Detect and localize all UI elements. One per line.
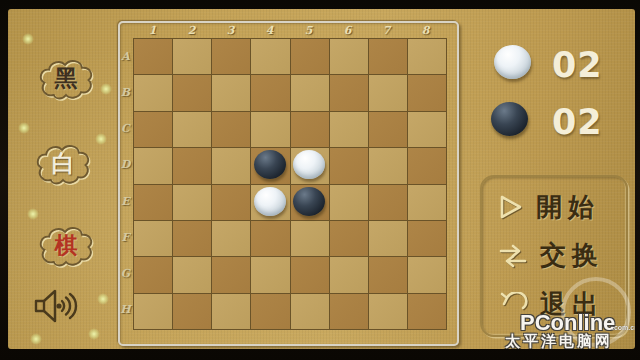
board-square-B2[interactable] bbox=[173, 75, 211, 110]
board-square-H2[interactable] bbox=[173, 294, 211, 329]
board-square-B1[interactable] bbox=[134, 75, 172, 110]
sidebar-button-black[interactable]: 黑 bbox=[36, 55, 96, 105]
sidebar-button-white[interactable]: 白 bbox=[33, 140, 93, 190]
board-grid bbox=[133, 38, 447, 330]
board-square-A4[interactable] bbox=[251, 39, 289, 74]
board-square-C3[interactable] bbox=[212, 112, 250, 147]
board-square-C5[interactable] bbox=[291, 112, 329, 147]
swap-icon bbox=[498, 243, 528, 269]
board-square-B6[interactable] bbox=[330, 75, 368, 110]
board-square-F8[interactable] bbox=[408, 221, 446, 256]
white-disc-D5 bbox=[293, 150, 325, 179]
board-square-E1[interactable] bbox=[134, 185, 172, 220]
board-square-H3[interactable] bbox=[212, 294, 250, 329]
board-square-G3[interactable] bbox=[212, 257, 250, 292]
board-square-F1[interactable] bbox=[134, 221, 172, 256]
row-label: H bbox=[119, 292, 132, 328]
column-label: 2 bbox=[172, 24, 211, 37]
board-square-C1[interactable] bbox=[134, 112, 172, 147]
board-square-E2[interactable] bbox=[173, 185, 211, 220]
menu-item-exit[interactable]: 退出 bbox=[482, 287, 626, 322]
board-square-B3[interactable] bbox=[212, 75, 250, 110]
sidebar-button-qi[interactable]: 棋 bbox=[36, 222, 96, 272]
sound-toggle[interactable] bbox=[30, 285, 80, 329]
menu-label-exit: 退出 bbox=[540, 287, 604, 322]
return-icon bbox=[498, 292, 528, 318]
white-score-value: 02 bbox=[552, 48, 603, 83]
board-square-D8[interactable] bbox=[408, 148, 446, 183]
row-label: E bbox=[119, 183, 132, 219]
board-square-A3[interactable] bbox=[212, 39, 250, 74]
board-square-D3[interactable] bbox=[212, 148, 250, 183]
board-square-C2[interactable] bbox=[173, 112, 211, 147]
board-square-F2[interactable] bbox=[173, 221, 211, 256]
black-disc-E5 bbox=[293, 187, 325, 216]
board-column-labels: 12345678 bbox=[133, 24, 445, 37]
board-square-F3[interactable] bbox=[212, 221, 250, 256]
row-label: A bbox=[119, 38, 132, 74]
menu-item-swap[interactable]: 交换 bbox=[482, 238, 626, 273]
black-disc-D4 bbox=[254, 150, 286, 179]
white-disc-E4 bbox=[254, 187, 286, 216]
column-label: 4 bbox=[250, 24, 289, 37]
board-square-H7[interactable] bbox=[369, 294, 407, 329]
column-label: 8 bbox=[406, 24, 445, 37]
black-score-disc bbox=[491, 102, 528, 136]
board-square-A2[interactable] bbox=[173, 39, 211, 74]
board-square-A1[interactable] bbox=[134, 39, 172, 74]
board-square-C8[interactable] bbox=[408, 112, 446, 147]
white-score-disc bbox=[494, 45, 531, 79]
sparkle-icon bbox=[100, 83, 112, 95]
column-label: 5 bbox=[289, 24, 328, 37]
row-label: G bbox=[119, 256, 132, 292]
board-square-F4[interactable] bbox=[251, 221, 289, 256]
play-icon bbox=[498, 194, 524, 220]
black-score-value: 02 bbox=[552, 105, 603, 140]
board-square-A5[interactable] bbox=[291, 39, 329, 74]
board-square-D1[interactable] bbox=[134, 148, 172, 183]
board-square-E3[interactable] bbox=[212, 185, 250, 220]
row-label: F bbox=[119, 219, 132, 255]
board-square-E6[interactable] bbox=[330, 185, 368, 220]
board-square-G6[interactable] bbox=[330, 257, 368, 292]
board-square-E8[interactable] bbox=[408, 185, 446, 220]
board-square-H5[interactable] bbox=[291, 294, 329, 329]
row-label: B bbox=[119, 74, 132, 110]
sparkle-icon bbox=[27, 208, 39, 220]
board-row-labels: ABCDEFGH bbox=[119, 38, 132, 328]
board-square-H4[interactable] bbox=[251, 294, 289, 329]
board-square-A7[interactable] bbox=[369, 39, 407, 74]
menu-label-swap: 交换 bbox=[540, 238, 604, 273]
menu-label-start: 開始 bbox=[536, 190, 600, 225]
menu-panel: 開始 交换 退出 bbox=[480, 175, 628, 337]
sparkle-icon bbox=[95, 133, 107, 145]
board-square-F5[interactable] bbox=[291, 221, 329, 256]
board-square-F6[interactable] bbox=[330, 221, 368, 256]
board-square-G7[interactable] bbox=[369, 257, 407, 292]
column-label: 6 bbox=[328, 24, 367, 37]
row-label: D bbox=[119, 147, 132, 183]
board-square-G1[interactable] bbox=[134, 257, 172, 292]
board-square-D7[interactable] bbox=[369, 148, 407, 183]
column-label: 3 bbox=[211, 24, 250, 37]
sparkle-icon bbox=[18, 122, 30, 134]
board-square-C6[interactable] bbox=[330, 112, 368, 147]
board-square-B8[interactable] bbox=[408, 75, 446, 110]
screen: 黑 白 棋 bbox=[8, 9, 635, 349]
board-square-B7[interactable] bbox=[369, 75, 407, 110]
board-square-D6[interactable] bbox=[330, 148, 368, 183]
column-label: 1 bbox=[133, 24, 172, 37]
board-square-B5[interactable] bbox=[291, 75, 329, 110]
board-square-F7[interactable] bbox=[369, 221, 407, 256]
row-label: C bbox=[119, 111, 132, 147]
sparkle-icon bbox=[22, 33, 34, 45]
sidebar-label-white: 白 bbox=[33, 140, 93, 190]
column-label: 7 bbox=[367, 24, 406, 37]
board-square-C4[interactable] bbox=[251, 112, 289, 147]
board-square-C7[interactable] bbox=[369, 112, 407, 147]
board-square-H6[interactable] bbox=[330, 294, 368, 329]
sparkle-icon bbox=[88, 328, 100, 340]
board-square-A8[interactable] bbox=[408, 39, 446, 74]
sidebar-label-qi: 棋 bbox=[36, 222, 96, 272]
board-square-H1[interactable] bbox=[134, 294, 172, 329]
sidebar-label-black: 黑 bbox=[36, 55, 96, 105]
speaker-icon bbox=[30, 285, 80, 329]
board-square-G4[interactable] bbox=[251, 257, 289, 292]
board-square-D2[interactable] bbox=[173, 148, 211, 183]
board-square-H8[interactable] bbox=[408, 294, 446, 329]
board-square-E7[interactable] bbox=[369, 185, 407, 220]
menu-item-start[interactable]: 開始 bbox=[482, 190, 626, 225]
sparkle-icon bbox=[30, 333, 42, 345]
board-square-B4[interactable] bbox=[251, 75, 289, 110]
board-square-G8[interactable] bbox=[408, 257, 446, 292]
sparkle-icon bbox=[97, 293, 109, 305]
board-square-A6[interactable] bbox=[330, 39, 368, 74]
board-square-G2[interactable] bbox=[173, 257, 211, 292]
game-window: 黑 白 棋 bbox=[0, 0, 640, 360]
board-square-G5[interactable] bbox=[291, 257, 329, 292]
